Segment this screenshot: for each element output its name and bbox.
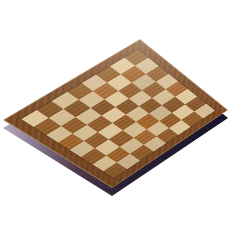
photo-background bbox=[0, 0, 238, 238]
board-grid bbox=[21, 50, 215, 179]
chessboard bbox=[3, 39, 228, 188]
